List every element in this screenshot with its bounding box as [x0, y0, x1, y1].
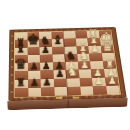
white-pawn[interactable]: ♟ [107, 76, 116, 86]
square-b7[interactable]: ♚ [27, 40, 39, 48]
square-g1[interactable] [93, 86, 107, 95]
square-g5[interactable] [89, 53, 102, 61]
black-bishop[interactable]: ♝ [15, 43, 26, 56]
rank-label: 6 [11, 71, 13, 79]
square-b2[interactable]: ♟ [28, 79, 41, 88]
rank-label: 1 [11, 33, 13, 40]
square-e1[interactable] [67, 86, 81, 95]
square-a6[interactable]: ♝ [15, 47, 27, 55]
black-queen[interactable]: ♛ [15, 57, 28, 72]
rank-label: 7 [11, 80, 13, 89]
square-a4[interactable]: ♛ [15, 63, 28, 71]
square-d7[interactable]: ♝ [51, 39, 64, 47]
square-c2[interactable]: ♟ [41, 79, 54, 88]
black-rook[interactable]: ♜ [16, 77, 26, 88]
square-c4[interactable]: ♟ [40, 62, 53, 70]
square-a1[interactable] [15, 88, 28, 97]
white-knight[interactable]: ♞ [67, 66, 78, 78]
square-d3[interactable]: ♟ [53, 70, 66, 79]
folding-chess-set: ♜♜♚♞♝♝♚♝♟♝♟♛♞♞♛♟♟♟♟♟♜♟♞♟♟♜♟♟♟♟ ABCDEFGH … [8, 27, 126, 101]
white-pawn[interactable]: ♟ [80, 60, 89, 70]
rank-label: 5 [11, 63, 13, 71]
square-a2[interactable]: ♜ [15, 79, 28, 88]
box-side-seam [68, 99, 69, 108]
square-h1[interactable] [106, 85, 120, 94]
product-photo-stage: ♜♜♚♞♝♝♚♝♟♝♟♛♞♞♛♟♟♟♟♟♜♟♞♟♟♜♟♟♟♟ ABCDEFGH … [0, 0, 130, 130]
white-pawn[interactable]: ♟ [91, 44, 100, 54]
black-pawn[interactable]: ♟ [41, 45, 50, 55]
square-f4[interactable]: ♟ [77, 61, 90, 69]
square-f1[interactable] [80, 86, 94, 95]
square-d1[interactable] [54, 87, 68, 96]
black-pawn[interactable]: ♟ [43, 77, 52, 87]
square-g6[interactable]: ♟ [88, 46, 101, 54]
square-d2[interactable] [53, 78, 66, 87]
board-frame: ♜♜♚♞♝♝♚♝♟♝♟♛♞♞♛♟♟♟♟♟♜♟♞♟♟♜♟♟♟♟ ABCDEFGH … [8, 27, 126, 101]
square-e2[interactable] [66, 78, 80, 87]
black-king[interactable]: ♚ [26, 32, 40, 47]
square-b4[interactable]: ♟ [27, 63, 40, 71]
square-e3[interactable]: ♞ [66, 70, 79, 79]
square-h6[interactable]: ♛ [100, 45, 113, 53]
white-pawn[interactable]: ♟ [94, 76, 103, 86]
black-pawn[interactable]: ♟ [42, 61, 51, 71]
square-g2[interactable]: ♟ [92, 77, 106, 86]
rank-label: 4 [11, 55, 13, 63]
black-pawn[interactable]: ♟ [55, 69, 64, 79]
black-bishop[interactable]: ♝ [52, 34, 63, 46]
black-pawn[interactable]: ♟ [30, 78, 39, 88]
rank-label: 2 [11, 40, 13, 48]
square-f2[interactable] [79, 78, 93, 87]
square-b1[interactable] [28, 88, 41, 97]
black-pawn[interactable]: ♟ [29, 61, 38, 71]
square-c6[interactable]: ♟ [39, 47, 52, 55]
rank-label: 8 [10, 88, 12, 97]
rank-label: 3 [11, 48, 13, 56]
white-queen[interactable]: ♛ [101, 39, 114, 53]
square-c1[interactable] [41, 87, 54, 96]
square-h2[interactable]: ♟ [105, 77, 119, 86]
